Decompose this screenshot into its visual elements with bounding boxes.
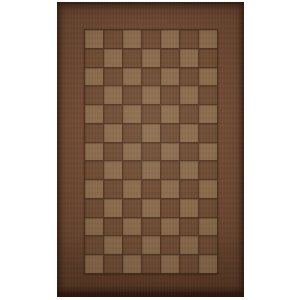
board-square — [199, 86, 217, 104]
board-square — [85, 49, 103, 67]
board-square — [199, 161, 217, 179]
board-square — [85, 161, 103, 179]
board-square — [123, 49, 141, 67]
board-square — [161, 105, 179, 123]
board-square — [142, 105, 160, 123]
board-square — [104, 68, 122, 86]
checkerboard — [84, 29, 218, 274]
board-square — [85, 68, 103, 86]
board-square — [180, 218, 198, 236]
board-square — [85, 105, 103, 123]
board-square — [104, 49, 122, 67]
board-square — [142, 218, 160, 236]
board-square — [199, 143, 217, 161]
board-square — [161, 236, 179, 254]
board-square — [142, 180, 160, 198]
board-square — [85, 124, 103, 142]
board-square — [161, 199, 179, 217]
product-photo-background — [0, 0, 300, 300]
board-square — [104, 30, 122, 48]
board-square — [85, 199, 103, 217]
board-square — [180, 161, 198, 179]
board-square — [123, 124, 141, 142]
board-square — [142, 199, 160, 217]
board-square — [199, 218, 217, 236]
board-square — [180, 143, 198, 161]
board-square — [104, 161, 122, 179]
board-square — [123, 161, 141, 179]
board-square — [180, 255, 198, 273]
board-square — [161, 49, 179, 67]
board-square — [161, 30, 179, 48]
board-square — [142, 124, 160, 142]
board-square — [199, 236, 217, 254]
board-square — [142, 161, 160, 179]
board-square — [142, 143, 160, 161]
board-square — [161, 161, 179, 179]
board-square — [199, 124, 217, 142]
board-square — [142, 236, 160, 254]
board-square — [199, 68, 217, 86]
board-square — [161, 86, 179, 104]
board-square — [85, 218, 103, 236]
board-square — [104, 255, 122, 273]
board-square — [123, 199, 141, 217]
board-square — [180, 180, 198, 198]
board-square — [161, 68, 179, 86]
board-square — [180, 49, 198, 67]
board-square — [104, 236, 122, 254]
board-square — [199, 199, 217, 217]
board-square — [142, 49, 160, 67]
board-square — [180, 68, 198, 86]
board-square — [161, 124, 179, 142]
checkerboard-rug — [57, 2, 244, 297]
board-square — [123, 236, 141, 254]
board-square — [180, 236, 198, 254]
board-square — [85, 143, 103, 161]
board-square — [104, 105, 122, 123]
board-square — [142, 68, 160, 86]
board-square — [180, 105, 198, 123]
board-square — [123, 68, 141, 86]
board-square — [199, 49, 217, 67]
board-square — [199, 255, 217, 273]
board-square — [123, 105, 141, 123]
board-square — [104, 218, 122, 236]
board-square — [123, 143, 141, 161]
board-square — [180, 86, 198, 104]
board-square — [180, 124, 198, 142]
board-square — [199, 180, 217, 198]
board-square — [123, 86, 141, 104]
board-square — [104, 143, 122, 161]
board-square — [85, 236, 103, 254]
board-square — [199, 105, 217, 123]
board-square — [104, 180, 122, 198]
board-square — [85, 255, 103, 273]
board-square — [180, 199, 198, 217]
board-square — [85, 86, 103, 104]
board-square — [123, 180, 141, 198]
board-square — [123, 30, 141, 48]
board-square — [142, 86, 160, 104]
board-square — [104, 124, 122, 142]
board-square — [161, 143, 179, 161]
board-square — [161, 255, 179, 273]
board-square — [180, 30, 198, 48]
board-square — [123, 255, 141, 273]
board-square — [142, 255, 160, 273]
board-square — [199, 30, 217, 48]
board-square — [85, 30, 103, 48]
board-square — [104, 199, 122, 217]
board-square — [161, 180, 179, 198]
board-square — [142, 30, 160, 48]
board-square — [161, 218, 179, 236]
board-square — [85, 180, 103, 198]
board-square — [104, 86, 122, 104]
board-square — [123, 218, 141, 236]
